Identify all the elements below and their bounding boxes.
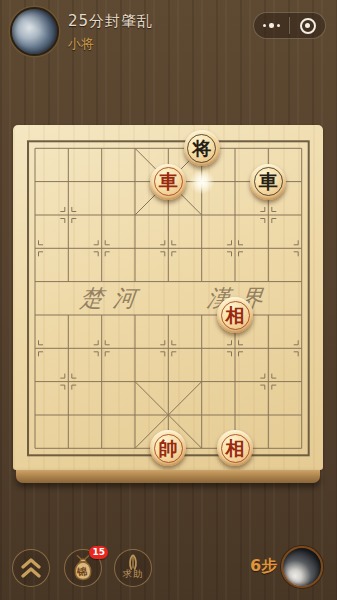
app-screen: 25分封肇乱 小将 楚河 漢界 将車車相帥相: [0, 0, 337, 600]
more-icon: [263, 23, 281, 28]
opponent-avatar: [281, 546, 323, 588]
collapse-button[interactable]: [12, 549, 50, 587]
hint-bag-button[interactable]: 锦 15: [64, 549, 102, 587]
river-label-chu: 楚河: [68, 283, 147, 314]
wechat-capsule: [253, 12, 326, 39]
exit-button[interactable]: [290, 13, 325, 38]
piece-red-車[interactable]: 車: [150, 164, 186, 200]
piece-ring: [187, 134, 216, 163]
piece-red-帥[interactable]: 帥: [150, 430, 186, 466]
exit-icon: [300, 18, 316, 34]
piece-ring: [221, 301, 250, 330]
ask-help-label: 求助: [115, 568, 151, 581]
piece-black-車[interactable]: 車: [250, 164, 286, 200]
piece-ring: [154, 434, 183, 463]
ask-help-button[interactable]: 求助: [114, 549, 152, 587]
bottom-toolbar: 锦 15 求助 6步: [0, 540, 337, 600]
rank-label: 小将: [68, 35, 153, 53]
header-titles: 25分封肇乱 小将: [68, 12, 153, 53]
piece-ring: [154, 167, 183, 196]
piece-red-相[interactable]: 相: [217, 430, 253, 466]
more-button[interactable]: [254, 13, 289, 38]
steps-counter: 6步: [250, 556, 277, 577]
piece-black-将[interactable]: 将: [184, 130, 220, 166]
hint-count-badge: 15: [89, 546, 108, 559]
piece-red-相[interactable]: 相: [217, 297, 253, 333]
player-avatar: [10, 7, 59, 56]
double-chevron-up-icon: [19, 558, 43, 578]
piece-ring: [254, 167, 283, 196]
last-move-highlight: [189, 169, 215, 195]
piece-ring: [221, 434, 250, 463]
xiangqi-board[interactable]: 楚河 漢界 将車車相帥相: [13, 125, 323, 470]
puzzle-title: 25分封肇乱: [68, 12, 153, 31]
